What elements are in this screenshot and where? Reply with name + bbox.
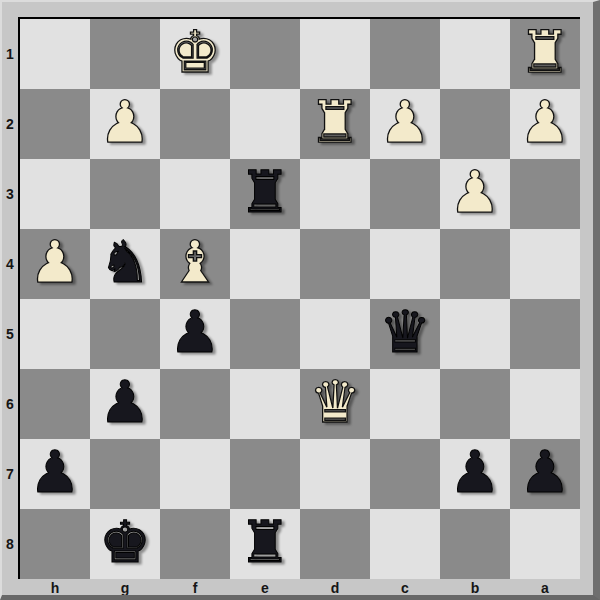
square-f1[interactable]: ♚ [160,19,230,89]
square-b5[interactable] [440,299,510,369]
square-e3[interactable]: ♜ [230,159,300,229]
square-a1[interactable]: ♜ [510,19,580,89]
square-a7[interactable]: ♟ [510,439,580,509]
square-g5[interactable] [90,299,160,369]
square-c7[interactable] [370,439,440,509]
file-label-h: h [20,579,90,596]
square-b8[interactable] [440,509,510,579]
square-d1[interactable] [300,19,370,89]
square-h8[interactable] [20,509,90,579]
square-f4[interactable]: ♝ [160,229,230,299]
square-a8[interactable] [510,509,580,579]
file-label-c: c [370,579,440,596]
square-a5[interactable] [510,299,580,369]
square-e4[interactable] [230,229,300,299]
square-b6[interactable] [440,369,510,439]
square-d8[interactable] [300,509,370,579]
black-pawn[interactable]: ♟ [169,303,221,361]
square-e7[interactable] [230,439,300,509]
square-b4[interactable] [440,229,510,299]
square-a4[interactable] [510,229,580,299]
square-c4[interactable] [370,229,440,299]
square-c6[interactable] [370,369,440,439]
square-e2[interactable] [230,89,300,159]
chess-diagram-panel: ♚♜♟♜♟♟♜♟♟♞♝♟♛♟♛♟♟♟♚♜ 1h2g3f4e5d6c7b8a [0,0,600,600]
square-h4[interactable]: ♟ [20,229,90,299]
square-c3[interactable] [370,159,440,229]
square-b1[interactable] [440,19,510,89]
rank-label-4: 4 [2,229,18,299]
white-pawn[interactable]: ♟ [449,163,501,221]
square-g2[interactable]: ♟ [90,89,160,159]
square-a6[interactable] [510,369,580,439]
white-pawn[interactable]: ♟ [99,93,151,151]
square-d7[interactable] [300,439,370,509]
black-rook[interactable]: ♜ [239,513,291,571]
file-label-a: a [510,579,580,596]
square-g7[interactable] [90,439,160,509]
rank-label-5: 5 [2,299,18,369]
square-f6[interactable] [160,369,230,439]
square-c2[interactable]: ♟ [370,89,440,159]
square-b2[interactable] [440,89,510,159]
rank-label-1: 1 [2,19,18,89]
rank-label-2: 2 [2,89,18,159]
square-h2[interactable] [20,89,90,159]
square-b3[interactable]: ♟ [440,159,510,229]
square-a3[interactable] [510,159,580,229]
white-queen[interactable]: ♛ [309,373,361,431]
black-king[interactable]: ♚ [99,513,151,571]
square-c5[interactable]: ♛ [370,299,440,369]
square-g6[interactable]: ♟ [90,369,160,439]
rank-label-6: 6 [2,369,18,439]
file-label-f: f [160,579,230,596]
square-d6[interactable]: ♛ [300,369,370,439]
square-f8[interactable] [160,509,230,579]
square-d3[interactable] [300,159,370,229]
black-pawn[interactable]: ♟ [29,443,81,501]
white-bishop[interactable]: ♝ [169,233,221,291]
square-h3[interactable] [20,159,90,229]
square-c8[interactable] [370,509,440,579]
square-c1[interactable] [370,19,440,89]
square-d2[interactable]: ♜ [300,89,370,159]
rank-label-3: 3 [2,159,18,229]
white-rook[interactable]: ♜ [309,93,361,151]
square-h1[interactable] [20,19,90,89]
white-pawn[interactable]: ♟ [379,93,431,151]
black-pawn[interactable]: ♟ [519,443,571,501]
black-queen[interactable]: ♛ [379,303,431,361]
black-knight[interactable]: ♞ [99,233,151,291]
file-label-g: g [90,579,160,596]
square-f2[interactable] [160,89,230,159]
square-g4[interactable]: ♞ [90,229,160,299]
square-g8[interactable]: ♚ [90,509,160,579]
white-rook[interactable]: ♜ [519,23,571,81]
file-label-d: d [300,579,370,596]
file-label-b: b [440,579,510,596]
rank-label-7: 7 [2,439,18,509]
square-g3[interactable] [90,159,160,229]
file-label-e: e [230,579,300,596]
white-king[interactable]: ♚ [169,23,221,81]
square-d5[interactable] [300,299,370,369]
square-f7[interactable] [160,439,230,509]
square-e8[interactable]: ♜ [230,509,300,579]
square-h7[interactable]: ♟ [20,439,90,509]
square-e5[interactable] [230,299,300,369]
square-e1[interactable] [230,19,300,89]
square-g1[interactable] [90,19,160,89]
square-h5[interactable] [20,299,90,369]
chess-board: ♚♜♟♜♟♟♜♟♟♞♝♟♛♟♛♟♟♟♚♜ [18,17,580,579]
square-e6[interactable] [230,369,300,439]
square-a2[interactable]: ♟ [510,89,580,159]
white-pawn[interactable]: ♟ [519,93,571,151]
black-rook[interactable]: ♜ [239,163,291,221]
square-h6[interactable] [20,369,90,439]
square-f3[interactable] [160,159,230,229]
square-f5[interactable]: ♟ [160,299,230,369]
white-pawn[interactable]: ♟ [29,233,81,291]
square-b7[interactable]: ♟ [440,439,510,509]
rank-label-8: 8 [2,509,18,579]
black-pawn[interactable]: ♟ [449,443,501,501]
square-d4[interactable] [300,229,370,299]
black-pawn[interactable]: ♟ [99,373,151,431]
